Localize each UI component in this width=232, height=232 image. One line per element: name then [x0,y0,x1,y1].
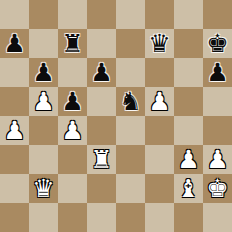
square-b3[interactable] [29,145,58,174]
white-king[interactable]: ♚ [206,174,228,203]
square-b8[interactable] [29,0,58,29]
square-d8[interactable] [87,0,116,29]
black-king[interactable]: ♚ [206,29,228,58]
white-pawn[interactable]: ♟ [206,145,228,174]
black-knight[interactable]: ♞ [119,87,141,116]
square-c2[interactable] [58,174,87,203]
white-bishop[interactable]: ♝ [177,174,199,203]
square-g3[interactable]: ♟ [174,145,203,174]
square-c1[interactable] [58,203,87,232]
square-e2[interactable] [116,174,145,203]
square-d1[interactable] [87,203,116,232]
square-d2[interactable] [87,174,116,203]
black-pawn[interactable]: ♟ [32,58,54,87]
square-e3[interactable] [116,145,145,174]
square-h4[interactable] [203,116,232,145]
square-c3[interactable] [58,145,87,174]
square-h7[interactable]: ♚ [203,29,232,58]
square-h8[interactable] [203,0,232,29]
square-g1[interactable] [174,203,203,232]
square-c7[interactable]: ♜ [58,29,87,58]
black-queen[interactable]: ♛ [148,29,170,58]
square-a8[interactable] [0,0,29,29]
black-rook[interactable]: ♜ [61,29,83,58]
white-pawn[interactable]: ♟ [148,87,170,116]
black-pawn[interactable]: ♟ [3,29,25,58]
square-f5[interactable]: ♟ [145,87,174,116]
square-h2[interactable]: ♚ [203,174,232,203]
square-c5[interactable]: ♟ [58,87,87,116]
square-h1[interactable] [203,203,232,232]
square-a7[interactable]: ♟ [0,29,29,58]
square-f1[interactable] [145,203,174,232]
square-h3[interactable]: ♟ [203,145,232,174]
square-g2[interactable]: ♝ [174,174,203,203]
black-pawn[interactable]: ♟ [90,58,112,87]
chess-board: ♟♜♛♚♟♟♟♟♟♞♟♟♟♜♟♟♛♝♚ [0,0,232,232]
square-a6[interactable] [0,58,29,87]
square-g4[interactable] [174,116,203,145]
black-pawn[interactable]: ♟ [206,58,228,87]
square-g8[interactable] [174,0,203,29]
square-b2[interactable]: ♛ [29,174,58,203]
square-a1[interactable] [0,203,29,232]
square-a4[interactable]: ♟ [0,116,29,145]
square-f2[interactable] [145,174,174,203]
square-d3[interactable]: ♜ [87,145,116,174]
square-c8[interactable] [58,0,87,29]
square-e7[interactable] [116,29,145,58]
square-f6[interactable] [145,58,174,87]
square-a5[interactable] [0,87,29,116]
square-g5[interactable] [174,87,203,116]
white-queen[interactable]: ♛ [32,174,54,203]
square-e1[interactable] [116,203,145,232]
square-e5[interactable]: ♞ [116,87,145,116]
square-f8[interactable] [145,0,174,29]
white-rook[interactable]: ♜ [90,145,112,174]
square-a3[interactable] [0,145,29,174]
square-f7[interactable]: ♛ [145,29,174,58]
white-pawn[interactable]: ♟ [61,116,83,145]
white-pawn[interactable]: ♟ [32,87,54,116]
square-e6[interactable] [116,58,145,87]
square-c6[interactable] [58,58,87,87]
square-b5[interactable]: ♟ [29,87,58,116]
square-f3[interactable] [145,145,174,174]
square-h6[interactable]: ♟ [203,58,232,87]
square-e8[interactable] [116,0,145,29]
square-b4[interactable] [29,116,58,145]
square-g6[interactable] [174,58,203,87]
square-a2[interactable] [0,174,29,203]
square-h5[interactable] [203,87,232,116]
square-b1[interactable] [29,203,58,232]
square-d5[interactable] [87,87,116,116]
square-c4[interactable]: ♟ [58,116,87,145]
square-f4[interactable] [145,116,174,145]
black-pawn[interactable]: ♟ [61,87,83,116]
square-d6[interactable]: ♟ [87,58,116,87]
white-pawn[interactable]: ♟ [177,145,199,174]
square-d4[interactable] [87,116,116,145]
square-d7[interactable] [87,29,116,58]
white-pawn[interactable]: ♟ [3,116,25,145]
square-g7[interactable] [174,29,203,58]
square-e4[interactable] [116,116,145,145]
square-b7[interactable] [29,29,58,58]
square-b6[interactable]: ♟ [29,58,58,87]
